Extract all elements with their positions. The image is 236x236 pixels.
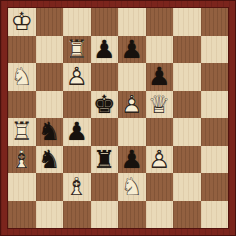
square-h1[interactable]	[201, 201, 229, 229]
piece-white-P-e5: ♟♙	[118, 91, 146, 119]
piece-white-N-a6: ♞♘	[8, 63, 36, 91]
square-c8[interactable]	[63, 8, 91, 36]
square-e8[interactable]	[118, 8, 146, 36]
square-h3[interactable]	[201, 146, 229, 174]
square-e7[interactable]: ♟	[118, 36, 146, 64]
square-b3[interactable]: ♞	[36, 146, 64, 174]
square-d5[interactable]: ♚	[91, 91, 119, 119]
piece-white-P-f3: ♟♙	[146, 146, 174, 174]
piece-black-R-d3: ♜	[91, 146, 119, 174]
piece-white-B-a3: ♝♗	[8, 146, 36, 174]
square-e1[interactable]	[118, 201, 146, 229]
square-a7[interactable]	[8, 36, 36, 64]
square-a5[interactable]	[8, 91, 36, 119]
square-c3[interactable]	[63, 146, 91, 174]
piece-black-P-d7: ♟	[91, 36, 119, 64]
piece-black-P-f6: ♟	[146, 63, 174, 91]
square-b5[interactable]	[36, 91, 64, 119]
square-b8[interactable]	[36, 8, 64, 36]
board-frame: ♚♔♜♖♟♟♞♘♟♙♟♚♟♙♛♕♜♖♞♟♝♗♞♜♟♟♙♝♗♞♘	[0, 0, 236, 236]
square-h2[interactable]	[201, 173, 229, 201]
square-b7[interactable]	[36, 36, 64, 64]
piece-white-P-c6: ♟♙	[63, 63, 91, 91]
piece-black-P-e3: ♟	[118, 146, 146, 174]
square-g3[interactable]	[173, 146, 201, 174]
square-a6[interactable]: ♞♘	[8, 63, 36, 91]
piece-black-N-b4: ♞	[36, 118, 64, 146]
square-h8[interactable]	[201, 8, 229, 36]
square-g5[interactable]	[173, 91, 201, 119]
square-c7[interactable]: ♜♖	[63, 36, 91, 64]
piece-black-P-c4: ♟	[63, 118, 91, 146]
square-a3[interactable]: ♝♗	[8, 146, 36, 174]
piece-white-R-c7: ♜♖	[63, 36, 91, 64]
piece-white-B-c2: ♝♗	[63, 173, 91, 201]
square-d2[interactable]	[91, 173, 119, 201]
square-g8[interactable]	[173, 8, 201, 36]
square-f8[interactable]	[146, 8, 174, 36]
square-f7[interactable]	[146, 36, 174, 64]
square-d7[interactable]: ♟	[91, 36, 119, 64]
square-a4[interactable]: ♜♖	[8, 118, 36, 146]
square-c6[interactable]: ♟♙	[63, 63, 91, 91]
square-f5[interactable]: ♛♕	[146, 91, 174, 119]
piece-white-N-e2: ♞♘	[118, 173, 146, 201]
square-d8[interactable]	[91, 8, 119, 36]
square-d6[interactable]	[91, 63, 119, 91]
square-d4[interactable]	[91, 118, 119, 146]
square-c4[interactable]: ♟	[63, 118, 91, 146]
square-h4[interactable]	[201, 118, 229, 146]
piece-black-P-e7: ♟	[118, 36, 146, 64]
square-b1[interactable]	[36, 201, 64, 229]
square-f3[interactable]: ♟♙	[146, 146, 174, 174]
square-f2[interactable]	[146, 173, 174, 201]
square-a2[interactable]	[8, 173, 36, 201]
square-g2[interactable]	[173, 173, 201, 201]
square-g6[interactable]	[173, 63, 201, 91]
square-g1[interactable]	[173, 201, 201, 229]
square-f4[interactable]	[146, 118, 174, 146]
piece-white-K-a8: ♚♔	[8, 8, 36, 36]
square-h7[interactable]	[201, 36, 229, 64]
square-c1[interactable]	[63, 201, 91, 229]
piece-black-N-b3: ♞	[36, 146, 64, 174]
square-f1[interactable]	[146, 201, 174, 229]
square-b2[interactable]	[36, 173, 64, 201]
piece-black-K-d5: ♚	[91, 91, 119, 119]
square-e3[interactable]: ♟	[118, 146, 146, 174]
square-d3[interactable]: ♜	[91, 146, 119, 174]
square-a1[interactable]	[8, 201, 36, 229]
square-e5[interactable]: ♟♙	[118, 91, 146, 119]
square-a8[interactable]: ♚♔	[8, 8, 36, 36]
chess-board: ♚♔♜♖♟♟♞♘♟♙♟♚♟♙♛♕♜♖♞♟♝♗♞♜♟♟♙♝♗♞♘	[8, 8, 228, 228]
square-b4[interactable]: ♞	[36, 118, 64, 146]
square-e4[interactable]	[118, 118, 146, 146]
square-e2[interactable]: ♞♘	[118, 173, 146, 201]
square-d1[interactable]	[91, 201, 119, 229]
square-g4[interactable]	[173, 118, 201, 146]
square-h5[interactable]	[201, 91, 229, 119]
square-g7[interactable]	[173, 36, 201, 64]
piece-white-Q-f5: ♛♕	[146, 91, 174, 119]
square-f6[interactable]: ♟	[146, 63, 174, 91]
square-c5[interactable]	[63, 91, 91, 119]
piece-white-R-a4: ♜♖	[8, 118, 36, 146]
square-h6[interactable]	[201, 63, 229, 91]
square-c2[interactable]: ♝♗	[63, 173, 91, 201]
square-e6[interactable]	[118, 63, 146, 91]
square-b6[interactable]	[36, 63, 64, 91]
